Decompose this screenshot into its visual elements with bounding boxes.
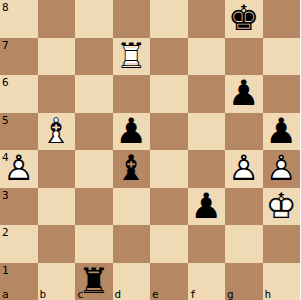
square-h8[interactable] xyxy=(263,0,301,38)
square-f1[interactable]: f xyxy=(188,263,226,300)
square-f6[interactable] xyxy=(188,75,226,113)
square-b7[interactable] xyxy=(38,38,76,76)
pawn-outline-glyph: ♙ xyxy=(263,150,301,188)
square-d6[interactable] xyxy=(113,75,151,113)
square-f8[interactable] xyxy=(188,0,226,38)
square-h7[interactable] xyxy=(263,38,301,76)
square-f5[interactable] xyxy=(188,113,226,151)
square-b4[interactable] xyxy=(38,150,76,188)
square-g8[interactable]: ♚ xyxy=(225,0,263,38)
white-bishop-b5: ♝♗ xyxy=(38,113,76,151)
square-d4[interactable]: ♝ xyxy=(113,150,151,188)
square-b2[interactable] xyxy=(38,225,76,263)
square-g4[interactable]: ♟♙ xyxy=(225,150,263,188)
file-label-f: f xyxy=(190,289,197,300)
square-e7[interactable] xyxy=(150,38,188,76)
square-g5[interactable] xyxy=(225,113,263,151)
square-e3[interactable] xyxy=(150,188,188,226)
black-pawn-g6: ♟ xyxy=(225,75,263,113)
rank-label-1: 1 xyxy=(2,265,9,276)
pawn-glyph: ♟ xyxy=(263,113,301,151)
square-a4[interactable]: ♟♙4 xyxy=(0,150,38,188)
square-a5[interactable]: 5 xyxy=(0,113,38,151)
square-c3[interactable] xyxy=(75,188,113,226)
square-d7[interactable]: ♜♖ xyxy=(113,38,151,76)
rank-label-4: 4 xyxy=(2,152,9,163)
square-f4[interactable] xyxy=(188,150,226,188)
file-label-a: a xyxy=(2,289,9,300)
square-f7[interactable] xyxy=(188,38,226,76)
square-d3[interactable] xyxy=(113,188,151,226)
square-h5[interactable]: ♟ xyxy=(263,113,301,151)
square-e6[interactable] xyxy=(150,75,188,113)
square-f3[interactable]: ♟ xyxy=(188,188,226,226)
square-g3[interactable] xyxy=(225,188,263,226)
square-c4[interactable] xyxy=(75,150,113,188)
square-d2[interactable] xyxy=(113,225,151,263)
square-a2[interactable]: 2 xyxy=(0,225,38,263)
black-pawn-d5: ♟ xyxy=(113,113,151,151)
bishop-outline-glyph: ♗ xyxy=(38,113,76,151)
square-b5[interactable]: ♝♗ xyxy=(38,113,76,151)
square-e4[interactable] xyxy=(150,150,188,188)
black-pawn-h5: ♟ xyxy=(263,113,301,151)
file-label-g: g xyxy=(227,289,234,300)
square-h1[interactable]: h xyxy=(263,263,301,300)
square-c2[interactable] xyxy=(75,225,113,263)
black-pawn-f3: ♟ xyxy=(188,188,226,226)
pawn-glyph: ♟ xyxy=(188,188,226,226)
square-e5[interactable] xyxy=(150,113,188,151)
pawn-outline-glyph: ♙ xyxy=(225,150,263,188)
rank-label-7: 7 xyxy=(2,40,9,51)
pawn-glyph: ♟ xyxy=(225,75,263,113)
chess-board: 8♚7♜♖6♟5♝♗♟♟♟♙4♝♟♙♟♙3♟♚♔21ab♜cdefgh xyxy=(0,0,300,300)
square-c1[interactable]: ♜c xyxy=(75,263,113,300)
rank-label-6: 6 xyxy=(2,77,9,88)
square-f2[interactable] xyxy=(188,225,226,263)
square-a1[interactable]: 1a xyxy=(0,263,38,300)
pawn-glyph: ♟ xyxy=(113,113,151,151)
square-h2[interactable] xyxy=(263,225,301,263)
square-e1[interactable]: e xyxy=(150,263,188,300)
king-outline-glyph: ♔ xyxy=(263,188,301,226)
square-a8[interactable]: 8 xyxy=(0,0,38,38)
white-pawn-g4: ♟♙ xyxy=(225,150,263,188)
white-pawn-h4: ♟♙ xyxy=(263,150,301,188)
square-a7[interactable]: 7 xyxy=(0,38,38,76)
square-c8[interactable] xyxy=(75,0,113,38)
bishop-glyph: ♝ xyxy=(113,150,151,188)
rank-label-3: 3 xyxy=(2,190,9,201)
square-e8[interactable] xyxy=(150,0,188,38)
black-bishop-d4: ♝ xyxy=(113,150,151,188)
rank-label-2: 2 xyxy=(2,227,9,238)
rook-outline-glyph: ♖ xyxy=(113,38,151,76)
square-b6[interactable] xyxy=(38,75,76,113)
square-c6[interactable] xyxy=(75,75,113,113)
square-d5[interactable]: ♟ xyxy=(113,113,151,151)
file-label-c: c xyxy=(77,289,84,300)
square-d1[interactable]: d xyxy=(113,263,151,300)
white-rook-d7: ♜♖ xyxy=(113,38,151,76)
file-label-b: b xyxy=(40,289,47,300)
white-king-h3: ♚♔ xyxy=(263,188,301,226)
file-label-h: h xyxy=(265,289,272,300)
rank-label-5: 5 xyxy=(2,115,9,126)
square-d8[interactable] xyxy=(113,0,151,38)
square-g7[interactable] xyxy=(225,38,263,76)
file-label-d: d xyxy=(115,289,122,300)
file-label-e: e xyxy=(152,289,159,300)
square-h4[interactable]: ♟♙ xyxy=(263,150,301,188)
square-g6[interactable]: ♟ xyxy=(225,75,263,113)
square-c7[interactable] xyxy=(75,38,113,76)
square-a6[interactable]: 6 xyxy=(0,75,38,113)
square-e2[interactable] xyxy=(150,225,188,263)
square-a3[interactable]: 3 xyxy=(0,188,38,226)
square-g1[interactable]: g xyxy=(225,263,263,300)
rank-label-8: 8 xyxy=(2,2,9,13)
black-king-g8: ♚ xyxy=(225,0,263,38)
square-b8[interactable] xyxy=(38,0,76,38)
square-h3[interactable]: ♚♔ xyxy=(263,188,301,226)
square-b3[interactable] xyxy=(38,188,76,226)
square-h6[interactable] xyxy=(263,75,301,113)
square-c5[interactable] xyxy=(75,113,113,151)
square-b1[interactable]: b xyxy=(38,263,76,300)
king-glyph: ♚ xyxy=(225,0,263,38)
square-g2[interactable] xyxy=(225,225,263,263)
